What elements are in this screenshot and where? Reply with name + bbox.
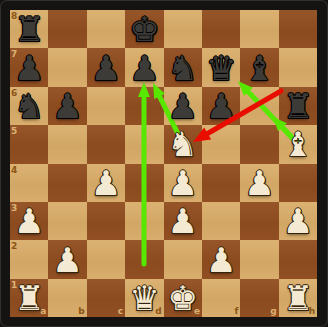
piece-white-king-e1[interactable]: ♚ [164,279,202,317]
square-c1[interactable]: c [87,279,125,317]
square-h4[interactable] [279,164,317,202]
piece-white-rook-h1[interactable]: ♜ [279,279,317,317]
piece-white-pawn-h3[interactable]: ♟ [279,202,317,240]
square-d3[interactable] [125,202,163,240]
square-b7[interactable] [48,48,86,86]
square-g2[interactable] [240,240,278,278]
square-d6[interactable] [125,87,163,125]
piece-black-rook-h6[interactable]: ♜ [279,87,317,125]
square-f4[interactable] [202,164,240,202]
piece-black-pawn-f6[interactable]: ♟ [202,87,240,125]
square-b3[interactable] [48,202,86,240]
piece-white-pawn-a3[interactable]: ♟ [10,202,48,240]
piece-white-rook-a1[interactable]: ♜ [10,279,48,317]
square-g1[interactable]: g [240,279,278,317]
piece-white-queen-d1[interactable]: ♛ [125,279,163,317]
piece-white-pawn-e3[interactable]: ♟ [164,202,202,240]
file-label-g: g [270,306,276,316]
square-b5[interactable] [48,125,86,163]
piece-white-bishop-h5[interactable]: ♝ [279,125,317,163]
pieces-layer: ♜♚♟♟♟♞♛♝♞♟♟♟♜♞♝♟♟♟♟♟♟♟♟♜♛♚♜ [10,10,317,317]
piece-black-pawn-c7[interactable]: ♟ [87,48,125,86]
piece-black-pawn-b6[interactable]: ♟ [48,87,86,125]
rank-label-5: 5 [11,126,17,136]
file-label-b: b [78,306,84,316]
square-c2[interactable] [87,240,125,278]
square-h8[interactable] [279,10,317,48]
square-h2[interactable] [279,240,317,278]
piece-white-pawn-e4[interactable]: ♟ [164,164,202,202]
square-b8[interactable] [48,10,86,48]
piece-black-king-d8[interactable]: ♚ [125,10,163,48]
rank-label-2: 2 [11,241,17,251]
file-label-f: f [234,306,238,316]
piece-white-pawn-f2[interactable]: ♟ [202,240,240,278]
piece-black-rook-a8[interactable]: ♜ [10,10,48,48]
chess-board: 87654321abcdefgh ♜♚♟♟♟♞♛♝♞♟♟♟♜♞♝♟♟♟♟♟♟♟♟… [10,10,317,317]
square-c6[interactable] [87,87,125,125]
piece-white-pawn-g4[interactable]: ♟ [240,164,278,202]
square-f8[interactable] [202,10,240,48]
piece-black-pawn-a7[interactable]: ♟ [10,48,48,86]
piece-black-bishop-g7[interactable]: ♝ [240,48,278,86]
square-e2[interactable] [164,240,202,278]
piece-black-pawn-d7[interactable]: ♟ [125,48,163,86]
square-g6[interactable] [240,87,278,125]
piece-white-knight-e5[interactable]: ♞ [164,125,202,163]
square-d4[interactable] [125,164,163,202]
square-c8[interactable] [87,10,125,48]
square-f1[interactable]: f [202,279,240,317]
square-c3[interactable] [87,202,125,240]
square-a2[interactable]: 2 [10,240,48,278]
piece-white-pawn-b2[interactable]: ♟ [48,240,86,278]
square-b1[interactable]: b [48,279,86,317]
square-d2[interactable] [125,240,163,278]
square-d5[interactable] [125,125,163,163]
rank-label-4: 4 [11,165,17,175]
square-h7[interactable] [279,48,317,86]
piece-black-knight-a6[interactable]: ♞ [10,87,48,125]
square-b4[interactable] [48,164,86,202]
piece-black-queen-f7[interactable]: ♛ [202,48,240,86]
square-g3[interactable] [240,202,278,240]
square-a4[interactable]: 4 [10,164,48,202]
file-label-c: c [118,306,123,316]
square-c5[interactable] [87,125,125,163]
square-a5[interactable]: 5 [10,125,48,163]
square-e8[interactable] [164,10,202,48]
square-g5[interactable] [240,125,278,163]
piece-black-pawn-e6[interactable]: ♟ [164,87,202,125]
piece-white-pawn-c4[interactable]: ♟ [87,164,125,202]
chessboard-screenshot: 87654321abcdefgh ♜♚♟♟♟♞♛♝♞♟♟♟♜♞♝♟♟♟♟♟♟♟♟… [0,0,328,327]
piece-black-knight-e7[interactable]: ♞ [164,48,202,86]
square-f5[interactable] [202,125,240,163]
square-f3[interactable] [202,202,240,240]
green-arrow-d2-d7 [138,82,150,264]
square-g8[interactable] [240,10,278,48]
